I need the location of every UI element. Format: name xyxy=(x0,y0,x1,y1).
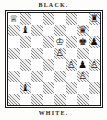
square-h3 xyxy=(89,71,101,83)
square-g1 xyxy=(77,94,89,106)
white-pawn-f4: ♙ xyxy=(67,60,76,70)
white-side-label: WHITE. xyxy=(0,110,107,116)
square-d5 xyxy=(43,48,55,60)
square-f6 xyxy=(66,36,78,48)
square-a1 xyxy=(8,94,20,106)
square-b1 xyxy=(20,94,32,106)
square-h6: ♟ xyxy=(89,36,101,48)
square-b2: ♝ xyxy=(20,82,32,94)
square-e3 xyxy=(54,71,66,83)
black-bishop-b7: ♝ xyxy=(21,25,30,35)
square-f3 xyxy=(66,71,78,83)
square-h5 xyxy=(89,48,101,60)
square-c1 xyxy=(31,94,43,106)
square-g7: ♛ xyxy=(77,25,89,37)
white-king-e6: ♔ xyxy=(55,37,64,47)
black-pawn-g4: ♟ xyxy=(78,60,87,70)
black-rook-h8: ♜ xyxy=(90,14,99,24)
square-e2 xyxy=(54,82,66,94)
square-h1 xyxy=(89,94,101,106)
square-d3 xyxy=(43,71,55,83)
square-a7 xyxy=(8,25,20,37)
square-e5: ♙ xyxy=(54,48,66,60)
black-side-label: BLACK. xyxy=(0,2,107,8)
square-c8 xyxy=(31,13,43,25)
square-g6: ♚ xyxy=(77,36,89,48)
square-f1 xyxy=(66,94,78,106)
chess-board: ♕♜♝♛♔♚♟♙♙♟♙♙♝ xyxy=(7,12,101,106)
square-a5 xyxy=(8,48,20,60)
white-queen-a8: ♕ xyxy=(9,14,18,24)
square-f2 xyxy=(66,82,78,94)
black-king-g6: ♚ xyxy=(78,37,87,47)
square-e1 xyxy=(54,94,66,106)
square-d6 xyxy=(43,36,55,48)
square-b3 xyxy=(20,71,32,83)
square-c7 xyxy=(31,25,43,37)
square-e8 xyxy=(54,13,66,25)
square-g3: ♙ xyxy=(77,71,89,83)
square-a3 xyxy=(8,71,20,83)
square-e7 xyxy=(54,25,66,37)
square-a4 xyxy=(8,59,20,71)
square-b8 xyxy=(20,13,32,25)
white-pawn-e5: ♙ xyxy=(55,48,64,58)
square-h4: ♙ xyxy=(89,59,101,71)
square-f8 xyxy=(66,13,78,25)
square-c6 xyxy=(31,36,43,48)
square-f5 xyxy=(66,48,78,60)
square-a8: ♕ xyxy=(8,13,20,25)
square-c2 xyxy=(31,82,43,94)
square-c4 xyxy=(31,59,43,71)
square-f4: ♙ xyxy=(66,59,78,71)
square-d7 xyxy=(43,25,55,37)
square-c5 xyxy=(31,48,43,60)
square-g5 xyxy=(77,48,89,60)
square-f7 xyxy=(66,25,78,37)
square-e4 xyxy=(54,59,66,71)
square-b7: ♝ xyxy=(20,25,32,37)
square-d4 xyxy=(43,59,55,71)
square-b4 xyxy=(20,59,32,71)
square-g8 xyxy=(77,13,89,25)
square-h8: ♜ xyxy=(89,13,101,25)
square-h2 xyxy=(89,82,101,94)
square-g2 xyxy=(77,82,89,94)
square-d8 xyxy=(43,13,55,25)
square-a2 xyxy=(8,82,20,94)
black-pawn-h6: ♟ xyxy=(90,37,99,47)
square-b6 xyxy=(20,36,32,48)
square-d1 xyxy=(43,94,55,106)
square-g4: ♟ xyxy=(77,59,89,71)
square-h7 xyxy=(89,25,101,37)
square-a6 xyxy=(8,36,20,48)
square-c3 xyxy=(31,71,43,83)
square-b5 xyxy=(20,48,32,60)
square-e6: ♔ xyxy=(54,36,66,48)
black-bishop-b2: ♝ xyxy=(21,83,30,93)
black-queen-g7: ♛ xyxy=(78,25,87,35)
square-d2 xyxy=(43,82,55,94)
white-pawn-h4: ♙ xyxy=(90,60,99,70)
white-pawn-g3: ♙ xyxy=(78,71,87,81)
